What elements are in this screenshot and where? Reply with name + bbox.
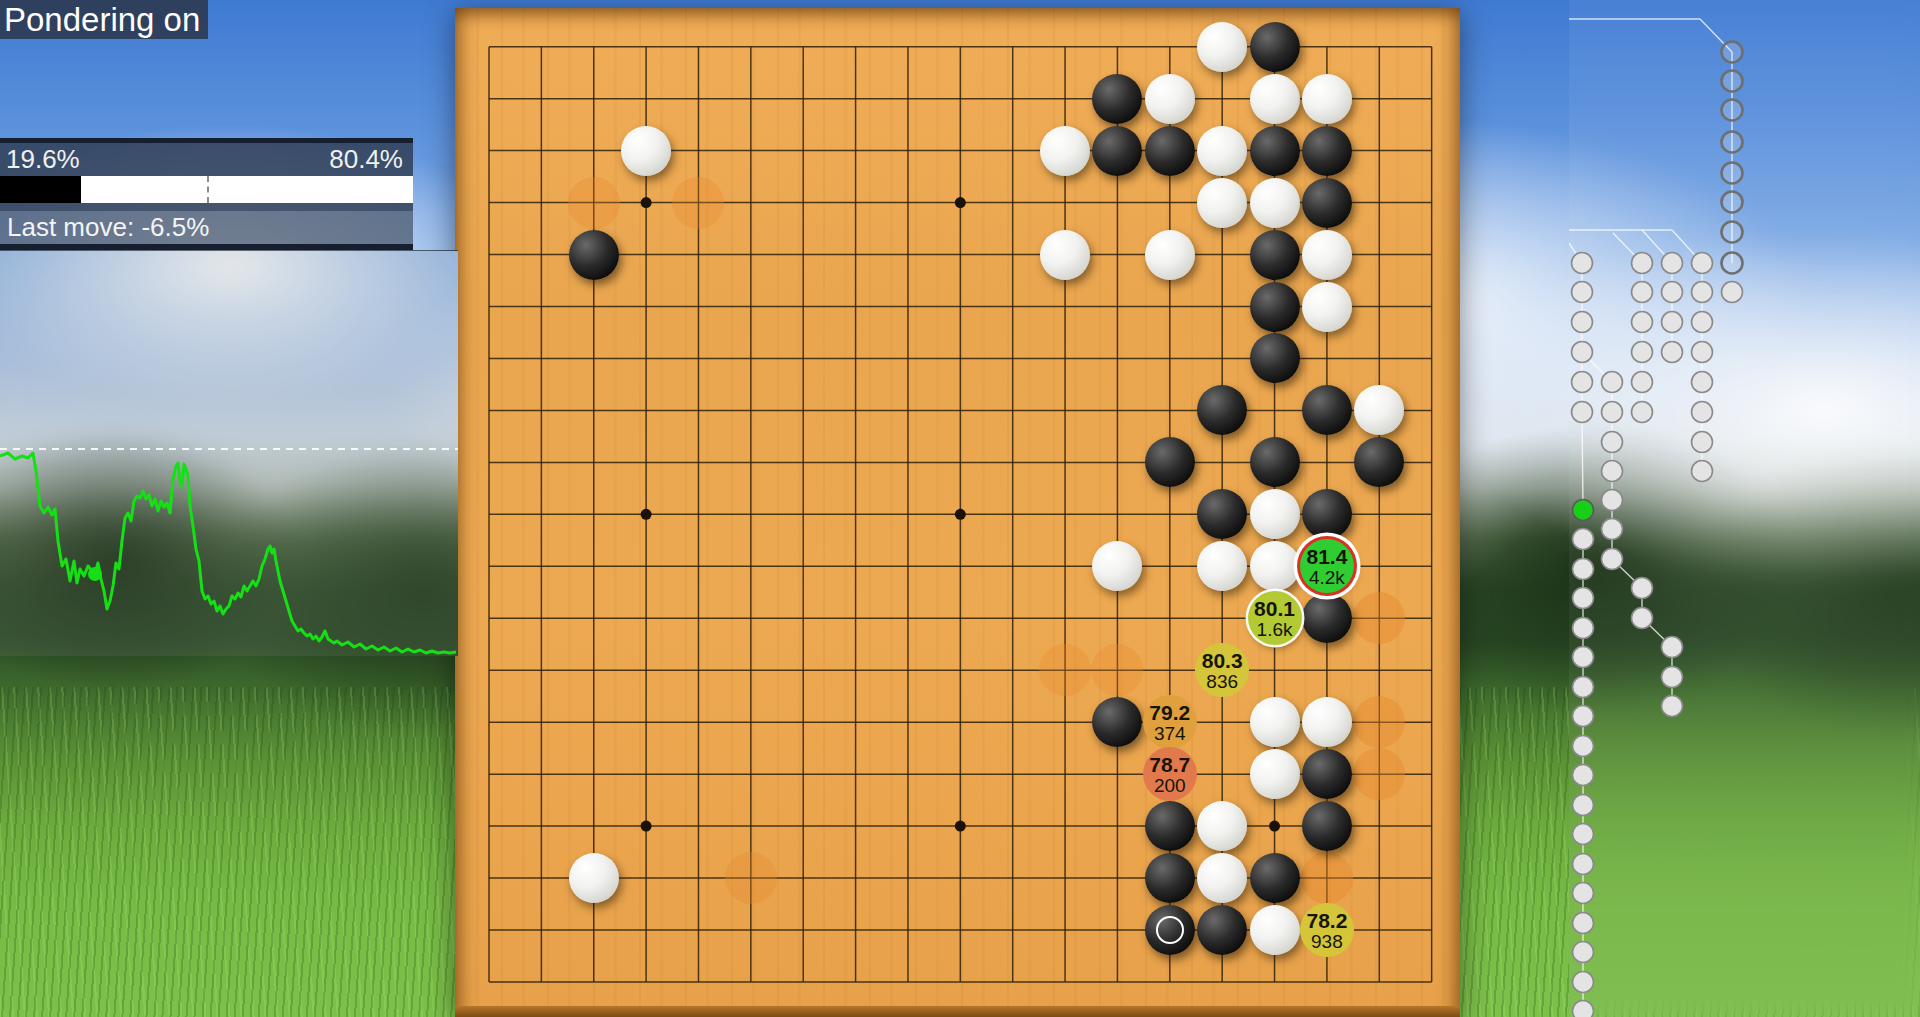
- stone-white: [1250, 541, 1300, 591]
- tree-node[interactable]: [1692, 312, 1713, 333]
- stone-black: [1145, 437, 1195, 487]
- tree-node[interactable]: [1692, 372, 1713, 393]
- tree-node[interactable]: [1573, 913, 1594, 934]
- winrate-strip: [0, 203, 413, 211]
- tree-node[interactable]: [1573, 854, 1594, 875]
- tree-node[interactable]: [1573, 972, 1594, 993]
- tree-node[interactable]: [1602, 519, 1623, 540]
- tree-node[interactable]: [1632, 608, 1653, 629]
- suggested-move-R9[interactable]: 81.44.2k: [1300, 539, 1354, 593]
- stone-white: [1197, 126, 1247, 176]
- star-point: [955, 197, 966, 208]
- tree-node[interactable]: [1662, 253, 1683, 274]
- star-point: [1269, 821, 1280, 832]
- suggested-move-P7[interactable]: 80.3836: [1195, 643, 1249, 697]
- current-move-dot: [88, 567, 102, 581]
- tree-node[interactable]: [1573, 559, 1594, 580]
- stone-black: [1302, 178, 1352, 228]
- suggestion-visits: 374: [1154, 724, 1186, 743]
- stone-black: [1250, 333, 1300, 383]
- suggested-move-R2[interactable]: 78.2938: [1300, 903, 1354, 957]
- stone-black: [1302, 801, 1352, 851]
- pondering-status[interactable]: Pondering on: [0, 0, 208, 39]
- stone-black: [1092, 74, 1142, 124]
- suggestion-visits: 4.2k: [1309, 568, 1345, 587]
- star-point: [955, 821, 966, 832]
- tree-node[interactable]: [1722, 222, 1743, 243]
- tree-node[interactable]: [1573, 795, 1594, 816]
- stone-white: [1250, 489, 1300, 539]
- policy-heat-circle: [1039, 644, 1091, 696]
- winrate-line: [0, 453, 456, 653]
- tree-node[interactable]: [1602, 461, 1623, 482]
- tree-node[interactable]: [1692, 282, 1713, 303]
- tree-node[interactable]: [1572, 402, 1593, 423]
- winrate-header: 19.6% 80.4%: [0, 143, 413, 176]
- tree-node[interactable]: [1602, 402, 1623, 423]
- winrate-bar-midline: [207, 176, 209, 203]
- board-bottom-bevel: [455, 1006, 1460, 1017]
- stone-black: [1302, 385, 1352, 435]
- winrate-graph[interactable]: [0, 251, 458, 656]
- tree-node[interactable]: [1692, 461, 1713, 482]
- tree-node[interactable]: [1573, 883, 1594, 904]
- tree-node[interactable]: [1602, 372, 1623, 393]
- stone-black: [1302, 593, 1352, 643]
- suggestion-winrate: 78.2: [1306, 910, 1347, 931]
- winrate-bar: [0, 176, 413, 203]
- variation-tree[interactable]: [1569, 0, 1920, 1017]
- tree-node[interactable]: [1632, 312, 1653, 333]
- tree-node[interactable]: [1722, 192, 1743, 213]
- stone-white: [1302, 697, 1352, 747]
- policy-heat-circle: [1301, 852, 1353, 904]
- suggestion-winrate: 81.4: [1306, 546, 1347, 567]
- stone-black: [1250, 282, 1300, 332]
- tree-node[interactable]: [1662, 637, 1683, 658]
- tree-node[interactable]: [1573, 765, 1594, 786]
- suggested-move-Q8[interactable]: 80.11.6k: [1248, 591, 1302, 645]
- star-point: [641, 509, 652, 520]
- tree-node[interactable]: [1572, 372, 1593, 393]
- stone-black: [1302, 126, 1352, 176]
- stone-black: [1145, 905, 1195, 955]
- lizzie-window: 81.44.2k80.11.6k80.383679.237478.720078.…: [0, 0, 1920, 1017]
- policy-heat-circle: [725, 852, 777, 904]
- tree-node[interactable]: [1692, 342, 1713, 363]
- tree-node[interactable]: [1692, 402, 1713, 423]
- suggestion-winrate: 79.2: [1149, 702, 1190, 723]
- tree-connector: [1582, 412, 1583, 510]
- stone-black: [1250, 853, 1300, 903]
- tree-node[interactable]: [1572, 282, 1593, 303]
- stone-white: [1302, 74, 1352, 124]
- tree-node[interactable]: [1632, 578, 1653, 599]
- go-board[interactable]: 81.44.2k80.11.6k80.383679.237478.720078.…: [455, 8, 1460, 1017]
- star-point: [641, 821, 652, 832]
- tree-node[interactable]: [1573, 706, 1594, 727]
- last-move-marker: [1156, 916, 1184, 944]
- stone-white: [1250, 905, 1300, 955]
- winrate-graph-panel[interactable]: [0, 250, 458, 656]
- tree-node[interactable]: [1662, 282, 1683, 303]
- stone-black: [1250, 437, 1300, 487]
- tree-node[interactable]: [1573, 647, 1594, 668]
- tree-node[interactable]: [1572, 253, 1593, 274]
- suggestion-winrate: 80.3: [1202, 650, 1243, 671]
- tree-node[interactable]: [1573, 529, 1594, 550]
- tree-node[interactable]: [1632, 253, 1653, 274]
- tree-node[interactable]: [1602, 549, 1623, 570]
- suggestion-winrate: 78.7: [1149, 754, 1190, 775]
- tree-node[interactable]: [1662, 342, 1683, 363]
- black-winrate-label: 19.6%: [6, 144, 80, 175]
- stone-black: [1197, 905, 1247, 955]
- stone-white: [1302, 282, 1352, 332]
- stone-white: [1040, 126, 1090, 176]
- tree-node[interactable]: [1572, 312, 1593, 333]
- stone-white: [1145, 74, 1195, 124]
- tree-node[interactable]: [1572, 342, 1593, 363]
- stone-white: [569, 853, 619, 903]
- tree-node[interactable]: [1632, 342, 1653, 363]
- tree-node[interactable]: [1632, 282, 1653, 303]
- winrate-panel: 19.6% 80.4% Last move: -6.5%: [0, 138, 413, 250]
- stone-white: [621, 126, 671, 176]
- tree-node[interactable]: [1632, 372, 1653, 393]
- stone-white: [1250, 178, 1300, 228]
- tree-node-current[interactable]: [1573, 500, 1594, 521]
- suggestion-visits: 1.6k: [1257, 620, 1293, 639]
- stone-black: [569, 230, 619, 280]
- stone-black: [1250, 230, 1300, 280]
- tree-node[interactable]: [1692, 432, 1713, 453]
- suggestion-visits: 836: [1206, 672, 1238, 691]
- suggested-move-O6[interactable]: 79.2374: [1143, 695, 1197, 749]
- tree-node[interactable]: [1573, 736, 1594, 757]
- stone-white: [1040, 230, 1090, 280]
- star-point: [641, 197, 652, 208]
- stone-white: [1197, 22, 1247, 72]
- tree-node[interactable]: [1602, 490, 1623, 511]
- tree-node[interactable]: [1662, 667, 1683, 688]
- stone-black: [1302, 749, 1352, 799]
- tree-node[interactable]: [1573, 824, 1594, 845]
- stone-white: [1197, 801, 1247, 851]
- winrate-bar-black: [0, 176, 81, 203]
- stone-black: [1145, 853, 1195, 903]
- tree-node[interactable]: [1722, 42, 1743, 63]
- stone-black: [1145, 801, 1195, 851]
- suggested-move-O5[interactable]: 78.7200: [1143, 747, 1197, 801]
- tree-node[interactable]: [1662, 312, 1683, 333]
- stone-white: [1250, 74, 1300, 124]
- tree-node[interactable]: [1722, 132, 1743, 153]
- white-winrate-label: 80.4%: [329, 144, 403, 175]
- stone-black: [1302, 489, 1352, 539]
- tree-node[interactable]: [1722, 282, 1743, 303]
- tree-node[interactable]: [1602, 432, 1623, 453]
- tree-node[interactable]: [1722, 253, 1743, 274]
- suggestion-visits: 938: [1311, 932, 1343, 951]
- tree-node[interactable]: [1722, 163, 1743, 184]
- tree-node[interactable]: [1662, 696, 1683, 717]
- stone-black: [1250, 22, 1300, 72]
- stone-white: [1302, 230, 1352, 280]
- policy-heat-circle: [672, 177, 724, 229]
- stone-black: [1092, 126, 1142, 176]
- suggestion-visits: 200: [1154, 776, 1186, 795]
- tree-node[interactable]: [1632, 402, 1653, 423]
- stone-white: [1197, 853, 1247, 903]
- tree-node[interactable]: [1573, 942, 1594, 963]
- tree-node[interactable]: [1573, 677, 1594, 698]
- last-move-delta: Last move: -6.5%: [0, 211, 413, 244]
- stone-white: [1145, 230, 1195, 280]
- variation-tree-panel[interactable]: [1569, 0, 1920, 1017]
- stone-white: [1250, 697, 1300, 747]
- stone-white: [1250, 749, 1300, 799]
- tree-node[interactable]: [1573, 588, 1594, 609]
- policy-heat-circle: [568, 177, 620, 229]
- stone-black: [1250, 126, 1300, 176]
- stone-white: [1197, 178, 1247, 228]
- tree-node[interactable]: [1692, 253, 1713, 274]
- stone-black: [1145, 126, 1195, 176]
- tree-node[interactable]: [1573, 618, 1594, 639]
- suggestion-winrate: 80.1: [1254, 598, 1295, 619]
- tree-node[interactable]: [1722, 100, 1743, 121]
- star-point: [955, 509, 966, 520]
- tree-node[interactable]: [1722, 71, 1743, 92]
- tree-node[interactable]: [1573, 1001, 1594, 1017]
